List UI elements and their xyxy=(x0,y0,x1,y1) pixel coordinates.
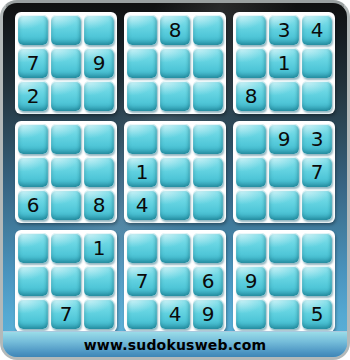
cell-r8c3[interactable] xyxy=(84,266,114,296)
given-digit: 2 xyxy=(27,86,40,106)
cell-r4c1[interactable] xyxy=(18,124,48,154)
given-digit: 6 xyxy=(202,271,215,291)
cell-r5c1[interactable] xyxy=(18,157,48,187)
cell-r1c2[interactable] xyxy=(51,15,81,45)
cell-r6c8[interactable] xyxy=(269,190,299,220)
cell-r4c8[interactable]: 9 xyxy=(269,124,299,154)
cell-r9c3[interactable] xyxy=(84,299,114,329)
cell-r3c2[interactable] xyxy=(51,81,81,111)
cell-r2c8[interactable]: 1 xyxy=(269,48,299,78)
footer-bar: www.sudokusweb.com xyxy=(3,331,347,357)
cell-r3c5[interactable] xyxy=(160,81,190,111)
given-digit: 1 xyxy=(278,53,291,73)
cell-r5c3[interactable] xyxy=(84,157,114,187)
box-6: 937 xyxy=(233,121,335,223)
cell-r9c5[interactable]: 4 xyxy=(160,299,190,329)
board-frame: 79283418681493717764995 www.sudokusweb.c… xyxy=(0,0,350,360)
given-digit: 3 xyxy=(311,129,324,149)
box-2: 8 xyxy=(124,12,226,114)
cell-r4c2[interactable] xyxy=(51,124,81,154)
box-4: 68 xyxy=(15,121,117,223)
cell-r9c9[interactable]: 5 xyxy=(302,299,332,329)
cell-r7c7[interactable] xyxy=(236,233,266,263)
given-digit: 9 xyxy=(278,129,291,149)
given-digit: 9 xyxy=(202,304,215,324)
cell-r6c6[interactable] xyxy=(193,190,223,220)
cell-r7c6[interactable] xyxy=(193,233,223,263)
given-digit: 5 xyxy=(311,304,324,324)
cell-r5c9[interactable]: 7 xyxy=(302,157,332,187)
cell-r7c1[interactable] xyxy=(18,233,48,263)
cell-r4c4[interactable] xyxy=(127,124,157,154)
given-digit: 3 xyxy=(278,20,291,40)
box-9: 95 xyxy=(233,230,335,332)
given-digit: 6 xyxy=(27,195,40,215)
cell-r9c4[interactable] xyxy=(127,299,157,329)
cell-r5c8[interactable] xyxy=(269,157,299,187)
cell-r1c4[interactable] xyxy=(127,15,157,45)
cell-r7c4[interactable] xyxy=(127,233,157,263)
cell-r5c6[interactable] xyxy=(193,157,223,187)
cell-r3c8[interactable] xyxy=(269,81,299,111)
website-watermark: www.sudokusweb.com xyxy=(84,337,267,353)
cell-r8c4[interactable]: 7 xyxy=(127,266,157,296)
cell-r1c8[interactable]: 3 xyxy=(269,15,299,45)
cell-r8c5[interactable] xyxy=(160,266,190,296)
cell-r2c1[interactable]: 7 xyxy=(18,48,48,78)
box-8: 7649 xyxy=(124,230,226,332)
cell-r4c3[interactable] xyxy=(84,124,114,154)
cell-r4c7[interactable] xyxy=(236,124,266,154)
cell-r8c2[interactable] xyxy=(51,266,81,296)
cell-r3c6[interactable] xyxy=(193,81,223,111)
cell-r2c9[interactable] xyxy=(302,48,332,78)
cell-r9c2[interactable]: 7 xyxy=(51,299,81,329)
cell-r1c5[interactable]: 8 xyxy=(160,15,190,45)
cell-r1c1[interactable] xyxy=(18,15,48,45)
box-3: 3418 xyxy=(233,12,335,114)
given-digit: 7 xyxy=(27,53,40,73)
cell-r1c6[interactable] xyxy=(193,15,223,45)
cell-r6c1[interactable]: 6 xyxy=(18,190,48,220)
given-digit: 9 xyxy=(93,53,106,73)
given-digit: 7 xyxy=(60,304,73,324)
cell-r7c5[interactable] xyxy=(160,233,190,263)
cell-r5c5[interactable] xyxy=(160,157,190,187)
given-digit: 1 xyxy=(93,238,106,258)
cell-r1c7[interactable] xyxy=(236,15,266,45)
cell-r9c1[interactable] xyxy=(18,299,48,329)
cell-r8c9[interactable] xyxy=(302,266,332,296)
cell-r8c8[interactable] xyxy=(269,266,299,296)
cell-r3c9[interactable] xyxy=(302,81,332,111)
cell-r3c3[interactable] xyxy=(84,81,114,111)
cell-r4c9[interactable]: 3 xyxy=(302,124,332,154)
cell-r3c7[interactable]: 8 xyxy=(236,81,266,111)
cell-r8c6[interactable]: 6 xyxy=(193,266,223,296)
cell-r6c2[interactable] xyxy=(51,190,81,220)
cell-r6c4[interactable]: 4 xyxy=(127,190,157,220)
cell-r8c1[interactable] xyxy=(18,266,48,296)
cell-r7c3[interactable]: 1 xyxy=(84,233,114,263)
cell-r3c1[interactable]: 2 xyxy=(18,81,48,111)
cell-r6c3[interactable]: 8 xyxy=(84,190,114,220)
given-digit: 7 xyxy=(136,271,149,291)
given-digit: 4 xyxy=(136,195,149,215)
cell-r2c5[interactable] xyxy=(160,48,190,78)
cell-r9c7[interactable] xyxy=(236,299,266,329)
given-digit: 4 xyxy=(311,20,324,40)
cell-r5c4[interactable]: 1 xyxy=(127,157,157,187)
cell-r1c9[interactable]: 4 xyxy=(302,15,332,45)
cell-r4c6[interactable] xyxy=(193,124,223,154)
given-digit: 9 xyxy=(245,271,258,291)
cell-r5c2[interactable] xyxy=(51,157,81,187)
cell-r7c8[interactable] xyxy=(269,233,299,263)
given-digit: 1 xyxy=(136,162,149,182)
cell-r4c5[interactable] xyxy=(160,124,190,154)
given-digit: 8 xyxy=(245,86,258,106)
cell-r2c3[interactable]: 9 xyxy=(84,48,114,78)
given-digit: 8 xyxy=(93,195,106,215)
cell-r8c7[interactable]: 9 xyxy=(236,266,266,296)
cell-r6c7[interactable] xyxy=(236,190,266,220)
sudoku-board: 79283418681493717764995 xyxy=(15,12,335,332)
box-1: 792 xyxy=(15,12,117,114)
box-7: 17 xyxy=(15,230,117,332)
cell-r7c9[interactable] xyxy=(302,233,332,263)
cell-r6c9[interactable] xyxy=(302,190,332,220)
given-digit: 7 xyxy=(311,162,324,182)
cell-r7c2[interactable] xyxy=(51,233,81,263)
box-5: 14 xyxy=(124,121,226,223)
cell-r2c2[interactable] xyxy=(51,48,81,78)
cell-r9c8[interactable] xyxy=(269,299,299,329)
cell-r9c6[interactable]: 9 xyxy=(193,299,223,329)
cell-r1c3[interactable] xyxy=(84,15,114,45)
cell-r5c7[interactable] xyxy=(236,157,266,187)
cell-r3c4[interactable] xyxy=(127,81,157,111)
given-digit: 8 xyxy=(169,20,182,40)
sudoku-app: 79283418681493717764995 www.sudokusweb.c… xyxy=(0,0,350,360)
cell-r2c7[interactable] xyxy=(236,48,266,78)
given-digit: 4 xyxy=(169,304,182,324)
cell-r6c5[interactable] xyxy=(160,190,190,220)
cell-r2c4[interactable] xyxy=(127,48,157,78)
cell-r2c6[interactable] xyxy=(193,48,223,78)
